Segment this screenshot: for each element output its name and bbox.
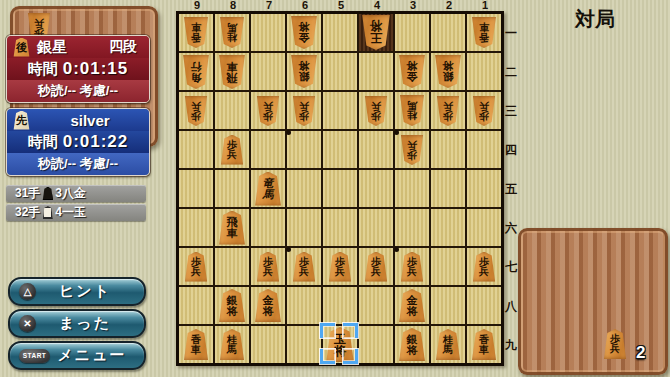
sente-time-value: 0:01:22: [63, 132, 129, 152]
square-9-4[interactable]: [179, 131, 213, 168]
square-8-5[interactable]: [215, 170, 249, 207]
square-1-6[interactable]: [467, 209, 501, 246]
rank-label-3: 三: [504, 92, 518, 131]
square-5-1[interactable]: [323, 14, 357, 51]
sente-byoyomi: 秒読/-- 考慮/--: [38, 155, 118, 173]
menu-button-label: メニュー: [50, 346, 134, 365]
square-7-1[interactable]: [251, 14, 285, 51]
file-label-3: 3: [395, 0, 431, 11]
sente-time-label: 時間: [28, 133, 58, 152]
move-number: 32手: [15, 204, 40, 221]
square-2-4[interactable]: [431, 131, 465, 168]
square-5-2[interactable]: [323, 53, 357, 90]
square-1-4[interactable]: [467, 131, 501, 168]
square-2-6[interactable]: [431, 209, 465, 246]
square-4-6[interactable]: [359, 209, 393, 246]
file-label-8: 8: [215, 0, 251, 11]
move-text: 4一玉: [55, 204, 86, 221]
square-8-7[interactable]: [215, 248, 249, 285]
square-7-4[interactable]: [251, 131, 285, 168]
rank-label-9: 九: [504, 326, 518, 365]
rank-label-1: 一: [504, 14, 518, 53]
move-text: 3八金: [55, 185, 86, 202]
undo-button-label: まった: [36, 314, 134, 333]
undo-button[interactable]: ✕ まった: [8, 309, 146, 338]
file-label-5: 5: [323, 0, 359, 11]
gote-player-rank: 四段: [109, 38, 137, 56]
star-point: [394, 130, 399, 135]
triangle-button-icon: △: [19, 283, 36, 300]
square-6-6[interactable]: [287, 209, 321, 246]
rank-label-5: 五: [504, 170, 518, 209]
gote-move-piece-icon: [42, 206, 53, 219]
square-2-1[interactable]: [431, 14, 465, 51]
square-9-5[interactable]: [179, 170, 213, 207]
gote-player-panel: 後 銀星 四段 時間 0:01:15 秒読/-- 考慮/--: [6, 35, 150, 103]
shogi-board[interactable]: 香車桂馬金将王将香車角行飛車銀将金将銀将歩兵歩兵歩兵歩兵桂馬歩兵歩兵歩兵歩兵竜馬…: [176, 11, 504, 366]
sente-pawn[interactable]: 歩兵: [603, 329, 627, 359]
square-7-9[interactable]: [251, 326, 285, 363]
square-9-8[interactable]: [179, 287, 213, 324]
hint-button-label: ヒント: [36, 282, 134, 301]
square-3-5[interactable]: [395, 170, 429, 207]
sente-captured-stand: 歩兵2: [518, 228, 668, 375]
square-6-4[interactable]: [287, 131, 321, 168]
start-button-icon: START: [19, 349, 50, 363]
square-3-6[interactable]: [395, 209, 429, 246]
square-5-5[interactable]: [323, 170, 357, 207]
gote-byoyomi: 秒読/-- 考慮/--: [38, 82, 118, 100]
square-6-9[interactable]: [287, 326, 321, 363]
match-sidebar: 対局: [520, 0, 670, 33]
sente-player-panel: 先 silver 時間 0:01:22 秒読/-- 考慮/--: [6, 108, 150, 176]
file-label-2: 2: [431, 0, 467, 11]
file-label-1: 1: [467, 0, 503, 11]
square-6-8[interactable]: [287, 287, 321, 324]
square-4-5[interactable]: [359, 170, 393, 207]
square-2-7[interactable]: [431, 248, 465, 285]
sente-hand-pawn-count: 2: [636, 343, 645, 363]
rank-label-2: 二: [504, 53, 518, 92]
star-point: [286, 247, 291, 252]
square-5-8[interactable]: [323, 287, 357, 324]
move-number: 31手: [15, 185, 40, 202]
square-4-9[interactable]: [359, 326, 393, 363]
square-9-6[interactable]: [179, 209, 213, 246]
sente-mark-piece-icon: 先: [13, 111, 30, 130]
star-point: [394, 247, 399, 252]
gote-time-value: 0:01:15: [63, 59, 129, 79]
file-label-6: 6: [287, 0, 323, 11]
cross-button-icon: ✕: [19, 315, 36, 332]
square-6-5[interactable]: [287, 170, 321, 207]
square-1-5[interactable]: [467, 170, 501, 207]
menu-button[interactable]: START メニュー: [8, 341, 146, 370]
file-label-7: 7: [251, 0, 287, 11]
square-5-6[interactable]: [323, 209, 357, 246]
square-2-8[interactable]: [431, 287, 465, 324]
square-4-8[interactable]: [359, 287, 393, 324]
square-2-5[interactable]: [431, 170, 465, 207]
square-7-2[interactable]: [251, 53, 285, 90]
rank-label-6: 六: [504, 209, 518, 248]
gote-time-label: 時間: [28, 60, 58, 79]
sente-move-piece-icon: [42, 187, 53, 200]
square-7-6[interactable]: [251, 209, 285, 246]
file-label-9: 9: [179, 0, 215, 11]
rank-labels: 一二三四五六七八九: [504, 14, 518, 365]
match-screen: 歩兵 歩兵2 987654321 一二三四五六七八九 香車桂馬金将王将香車角行飛…: [0, 0, 670, 377]
move-row-32手: 32手4一玉: [6, 204, 146, 221]
hint-button[interactable]: △ ヒント: [8, 277, 146, 306]
rank-label-7: 七: [504, 248, 518, 287]
rank-label-4: 四: [504, 131, 518, 170]
square-8-3[interactable]: [215, 92, 249, 129]
sente-player-name: silver: [70, 112, 109, 129]
move-list: 31手3八金32手4一玉: [6, 185, 146, 223]
rank-label-8: 八: [504, 287, 518, 326]
file-label-4: 4: [359, 0, 395, 11]
square-5-4[interactable]: [323, 131, 357, 168]
file-labels: 987654321: [179, 0, 503, 11]
square-1-2[interactable]: [467, 53, 501, 90]
gote-mark-piece-icon: 後: [13, 38, 30, 57]
gote-player-name: 銀星: [37, 38, 67, 57]
move-row-31手: 31手3八金: [6, 185, 146, 202]
star-point: [286, 130, 291, 135]
square-4-2[interactable]: [359, 53, 393, 90]
match-title: 対局: [520, 0, 670, 33]
square-3-1[interactable]: [395, 14, 429, 51]
square-1-8[interactable]: [467, 287, 501, 324]
square-5-3[interactable]: [323, 92, 357, 129]
square-4-4[interactable]: [359, 131, 393, 168]
